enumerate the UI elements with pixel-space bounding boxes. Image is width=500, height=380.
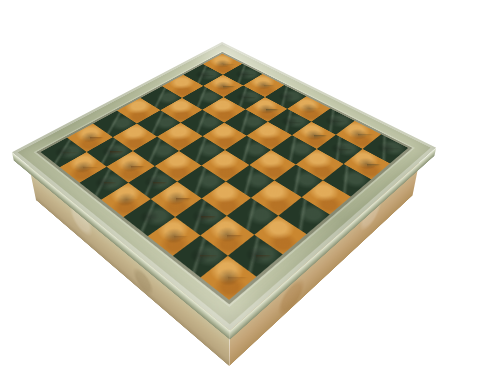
- product-photo-scene: ♜♞♝♛♚♝♞♜♟♟♟♟♟♟♟♟♟♟♟♟♟♟♟♟♜♞♝♛♚♝♞♜: [0, 0, 500, 380]
- pieces-layer: ♜♞♝♛♚♝♞♜♟♟♟♟♟♟♟♟♟♟♟♟♟♟♟♟♜♞♝♛♚♝♞♜: [40, 54, 408, 300]
- black-pawn-glyph: ♟: [348, 127, 385, 168]
- white-rook-glyph: ♜: [203, 225, 254, 282]
- chess-box: ♜♞♝♛♚♝♞♜♟♟♟♟♟♟♟♟♟♟♟♟♟♟♟♟♜♞♝♛♚♝♞♜: [12, 42, 436, 331]
